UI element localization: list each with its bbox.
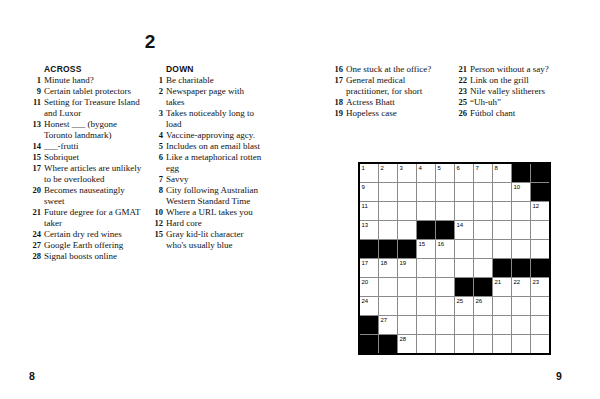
black-cell xyxy=(493,259,511,277)
down-clues-continued-column-2: 21Person without a say?22Link on the gri… xyxy=(458,64,566,119)
cell-number: 15 xyxy=(419,241,426,248)
clue-number: 23 xyxy=(458,86,467,97)
white-cell[interactable]: 3 xyxy=(398,164,416,182)
white-cell[interactable] xyxy=(417,202,435,220)
white-cell[interactable] xyxy=(474,335,492,353)
down-header: DOWN xyxy=(166,64,264,75)
cell-number: 3 xyxy=(400,165,403,172)
white-cell[interactable] xyxy=(436,316,454,334)
white-cell[interactable]: 5 xyxy=(436,164,454,182)
white-cell[interactable] xyxy=(455,240,473,258)
white-cell[interactable]: 16 xyxy=(436,240,454,258)
clue-item: 25“Uh-uh” xyxy=(458,97,566,108)
white-cell[interactable] xyxy=(531,316,549,334)
clue-number: 5 xyxy=(154,141,163,152)
clue-item: 11Setting for Treasure Island and Luxor xyxy=(32,97,146,119)
white-cell[interactable] xyxy=(436,259,454,277)
clue-item: 5Includes on an email blast xyxy=(154,141,264,152)
white-cell[interactable] xyxy=(455,259,473,277)
clue-item: 10Where a URL takes you xyxy=(154,207,264,218)
cell-number: 1 xyxy=(362,165,365,172)
cell-number: 2 xyxy=(381,165,384,172)
clue-number: 21 xyxy=(458,64,467,75)
cell-number: 12 xyxy=(533,203,540,210)
white-cell[interactable] xyxy=(493,316,511,334)
clue-number: 15 xyxy=(154,229,163,240)
clue-text: Like a metaphorical rotten egg xyxy=(166,152,261,173)
white-cell[interactable]: 22 xyxy=(512,278,530,296)
white-cell[interactable]: 21 xyxy=(493,278,511,296)
white-cell[interactable]: 18 xyxy=(379,259,397,277)
clue-item: 18Actress Bhatt xyxy=(334,97,447,108)
white-cell[interactable]: 26 xyxy=(474,297,492,315)
cell-number: 20 xyxy=(362,279,369,286)
clue-text: City following Australian Western Standa… xyxy=(166,185,258,206)
clue-text: Becomes nauseatingly sweet xyxy=(44,185,125,206)
white-cell[interactable] xyxy=(474,183,492,201)
cell-number: 7 xyxy=(476,165,479,172)
page-number-left: 8 xyxy=(29,370,35,382)
clue-text: Certain dry red wines xyxy=(44,229,122,239)
black-cell xyxy=(379,240,397,258)
clue-text: Vaccine-approving agcy. xyxy=(166,130,255,140)
clue-item: 6Like a metaphorical rotten egg xyxy=(154,152,264,174)
crossword-grid: 1234567891011121314151617181920212223242… xyxy=(358,162,551,355)
clue-number: 24 xyxy=(32,229,41,240)
white-cell[interactable] xyxy=(512,297,530,315)
clue-number: 10 xyxy=(154,207,163,218)
clue-text: Person without a say? xyxy=(470,64,549,74)
clue-text: Gray kid-lit character who's usually blu… xyxy=(166,229,243,250)
black-cell xyxy=(512,259,530,277)
white-cell[interactable] xyxy=(455,316,473,334)
clue-item: 20Becomes nauseatingly sweet xyxy=(32,185,146,207)
across-clue-list: 1Minute hand?9Certain tablet protectors1… xyxy=(32,75,146,262)
white-cell[interactable] xyxy=(531,335,549,353)
white-cell[interactable] xyxy=(455,202,473,220)
cell-number: 18 xyxy=(381,260,388,267)
clue-text: Includes on an email blast xyxy=(166,141,260,151)
clue-text: General medical practitioner, for short xyxy=(346,75,422,96)
clue-item: 17Where articles are unlikely to be over… xyxy=(32,163,146,185)
white-cell[interactable] xyxy=(417,335,435,353)
white-cell[interactable] xyxy=(512,316,530,334)
white-cell[interactable] xyxy=(455,335,473,353)
black-cell xyxy=(512,164,530,182)
white-cell[interactable]: 8 xyxy=(493,164,511,182)
clue-text: Hard core xyxy=(166,218,202,228)
black-cell xyxy=(417,221,435,239)
white-cell[interactable] xyxy=(531,221,549,239)
white-cell[interactable] xyxy=(474,221,492,239)
clue-text: Future degree for a GMAT taker xyxy=(44,207,140,228)
white-cell[interactable]: 14 xyxy=(455,221,473,239)
clue-number: 1 xyxy=(154,75,163,86)
clue-number: 25 xyxy=(458,97,467,108)
white-cell[interactable] xyxy=(417,297,435,315)
clue-number: 28 xyxy=(32,251,41,262)
clue-item: 23Nile valley slitherers xyxy=(458,86,566,97)
clue-number: 13 xyxy=(32,119,41,130)
clue-text: Where a URL takes you xyxy=(166,207,253,217)
clue-number: 22 xyxy=(458,75,467,86)
across-header: ACROSS xyxy=(44,64,146,75)
clue-text: ___-frutti xyxy=(44,141,79,151)
white-cell[interactable] xyxy=(493,183,511,201)
clue-number: 15 xyxy=(32,152,41,163)
white-cell[interactable]: 4 xyxy=(417,164,435,182)
clue-number: 2 xyxy=(154,86,163,97)
white-cell[interactable]: 11 xyxy=(360,202,378,220)
clue-number: 14 xyxy=(32,141,41,152)
black-cell xyxy=(398,240,416,258)
clue-item: 21Future degree for a GMAT taker xyxy=(32,207,146,229)
white-cell[interactable] xyxy=(512,335,530,353)
white-cell[interactable]: 17 xyxy=(360,259,378,277)
clue-item: 24Certain dry red wines xyxy=(32,229,146,240)
clue-number: 27 xyxy=(32,240,41,251)
clue-text: Honest ___ (bygone Toronto landmark) xyxy=(44,119,117,140)
clue-text: Actress Bhatt xyxy=(346,97,395,107)
clue-text: Link on the grill xyxy=(470,75,529,85)
white-cell[interactable] xyxy=(512,221,530,239)
white-cell[interactable] xyxy=(531,240,549,258)
cell-number: 16 xyxy=(438,241,445,248)
cell-number: 19 xyxy=(400,260,407,267)
clue-number: 17 xyxy=(32,163,41,174)
clue-item: 14___-frutti xyxy=(32,141,146,152)
clue-text: Newspaper page with takes xyxy=(166,86,244,107)
white-cell[interactable] xyxy=(398,278,416,296)
clue-number: 20 xyxy=(32,185,41,196)
white-cell[interactable]: 13 xyxy=(360,221,378,239)
cell-number: 21 xyxy=(495,279,502,286)
clue-number: 12 xyxy=(154,218,163,229)
white-cell[interactable]: 12 xyxy=(531,202,549,220)
clue-number: 9 xyxy=(32,86,41,97)
clue-number: 11 xyxy=(32,97,41,108)
clue-number: 6 xyxy=(154,152,163,163)
clue-item: 7Savvy xyxy=(154,174,264,185)
cell-number: 10 xyxy=(514,184,521,191)
black-cell xyxy=(455,278,473,296)
clue-number: 16 xyxy=(334,64,343,75)
white-cell[interactable] xyxy=(474,259,492,277)
clue-item: 13Honest ___ (bygone Toronto landmark) xyxy=(32,119,146,141)
white-cell[interactable] xyxy=(436,202,454,220)
white-cell[interactable] xyxy=(379,278,397,296)
black-cell xyxy=(360,240,378,258)
clue-text: Minute hand? xyxy=(44,75,94,85)
white-cell[interactable]: 24 xyxy=(360,297,378,315)
clue-text: Signal boosts online xyxy=(44,251,117,261)
black-cell xyxy=(379,335,397,353)
white-cell[interactable] xyxy=(436,335,454,353)
clue-text: Savvy xyxy=(166,174,189,184)
cell-number: 26 xyxy=(476,298,483,305)
clue-number: 3 xyxy=(154,108,163,119)
white-cell[interactable] xyxy=(493,240,511,258)
white-cell[interactable] xyxy=(398,202,416,220)
white-cell[interactable] xyxy=(474,316,492,334)
white-cell[interactable]: 7 xyxy=(474,164,492,182)
white-cell[interactable]: 10 xyxy=(512,183,530,201)
white-cell[interactable]: 20 xyxy=(360,278,378,296)
clue-text: Sobriquet xyxy=(44,152,79,162)
white-cell[interactable]: 25 xyxy=(455,297,473,315)
clue-item: 12Hard core xyxy=(154,218,264,229)
white-cell[interactable] xyxy=(531,297,549,315)
clue-item: 17General medical practitioner, for shor… xyxy=(334,75,447,97)
clue-text: Fútbol chant xyxy=(470,108,515,118)
clue-number: 26 xyxy=(458,108,467,119)
cell-number: 4 xyxy=(419,165,422,172)
clue-item: 27Google Earth offering xyxy=(32,240,146,251)
white-cell[interactable] xyxy=(379,221,397,239)
cell-number: 23 xyxy=(533,279,540,286)
clue-item: 4Vaccine-approving agcy. xyxy=(154,130,264,141)
black-cell xyxy=(531,183,549,201)
clue-item: 15Gray kid-lit character who's usually b… xyxy=(154,229,264,251)
white-cell[interactable] xyxy=(493,202,511,220)
down-clue-list: 1Be charitable2Newspaper page with takes… xyxy=(154,75,264,251)
clue-item: 28Signal boosts online xyxy=(32,251,146,262)
clue-number: 8 xyxy=(154,185,163,196)
cell-number: 8 xyxy=(495,165,498,172)
clue-number: 19 xyxy=(334,108,343,119)
white-cell[interactable] xyxy=(474,240,492,258)
clue-item: 2Newspaper page with takes xyxy=(154,86,264,108)
clue-text: Hopeless case xyxy=(346,108,397,118)
clue-item: 1Be charitable xyxy=(154,75,264,86)
white-cell[interactable] xyxy=(436,278,454,296)
cell-number: 14 xyxy=(457,222,464,229)
clue-text: Nile valley slitherers xyxy=(470,86,545,96)
white-cell[interactable]: 28 xyxy=(398,335,416,353)
across-clues-column: ACROSS 1Minute hand?9Certain tablet prot… xyxy=(32,64,146,262)
cell-number: 28 xyxy=(400,336,407,343)
white-cell[interactable] xyxy=(417,316,435,334)
white-cell[interactable] xyxy=(398,297,416,315)
white-cell[interactable]: 15 xyxy=(417,240,435,258)
white-cell[interactable]: 6 xyxy=(455,164,473,182)
white-cell[interactable]: 19 xyxy=(398,259,416,277)
white-cell[interactable] xyxy=(512,202,530,220)
clue-number: 7 xyxy=(154,174,163,185)
white-cell[interactable] xyxy=(417,183,435,201)
clue-text: Google Earth offering xyxy=(44,240,123,250)
clue-item: 26Fútbol chant xyxy=(458,108,566,119)
clue-text: “Uh-uh” xyxy=(470,97,501,107)
clue-item: 1Minute hand? xyxy=(32,75,146,86)
white-cell[interactable] xyxy=(436,297,454,315)
cell-number: 11 xyxy=(362,203,368,210)
white-cell[interactable] xyxy=(398,316,416,334)
black-cell xyxy=(531,259,549,277)
page-number-right: 9 xyxy=(556,370,562,382)
clue-number: 1 xyxy=(32,75,41,86)
white-cell[interactable] xyxy=(493,221,511,239)
white-cell[interactable] xyxy=(512,240,530,258)
cell-number: 5 xyxy=(438,165,441,172)
cell-number: 24 xyxy=(362,298,369,305)
clue-text: Certain tablet protectors xyxy=(44,86,131,96)
clue-item: 21Person without a say? xyxy=(458,64,566,75)
white-cell[interactable] xyxy=(455,183,473,201)
clue-number: 17 xyxy=(334,75,343,86)
clue-text: Setting for Treasure Island and Luxor xyxy=(44,97,140,118)
white-cell[interactable] xyxy=(474,202,492,220)
clue-text: Where articles are unlikely to be overlo… xyxy=(44,163,141,184)
black-cell xyxy=(360,316,378,334)
white-cell[interactable]: 1 xyxy=(360,164,378,182)
down-clues-column: DOWN 1Be charitable2Newspaper page with … xyxy=(154,64,264,251)
white-cell[interactable] xyxy=(379,297,397,315)
white-cell[interactable] xyxy=(379,202,397,220)
white-cell[interactable] xyxy=(398,221,416,239)
black-cell xyxy=(436,221,454,239)
white-cell[interactable] xyxy=(417,278,435,296)
white-cell[interactable]: 27 xyxy=(379,316,397,334)
clue-item: 9Certain tablet protectors xyxy=(32,86,146,97)
black-cell xyxy=(531,164,549,182)
clue-item: 22Link on the grill xyxy=(458,75,566,86)
white-cell[interactable]: 23 xyxy=(531,278,549,296)
cell-number: 13 xyxy=(362,222,369,229)
puzzle-number-title: 2 xyxy=(0,31,300,53)
cell-number: 22 xyxy=(514,279,521,286)
white-cell[interactable] xyxy=(417,259,435,277)
down-continued-list-1: 16One stuck at the office?17General medi… xyxy=(334,64,447,119)
clue-item: 15Sobriquet xyxy=(32,152,146,163)
cell-number: 27 xyxy=(381,317,388,324)
clue-number: 4 xyxy=(154,130,163,141)
clue-item: 19Hopeless case xyxy=(334,108,447,119)
clue-text: Takes noticeably long to load xyxy=(166,108,254,129)
clue-text: Be charitable xyxy=(166,75,214,85)
white-cell[interactable]: 2 xyxy=(379,164,397,182)
white-cell[interactable] xyxy=(436,183,454,201)
cell-number: 6 xyxy=(457,165,460,172)
white-cell[interactable] xyxy=(398,183,416,201)
white-cell[interactable]: 9 xyxy=(360,183,378,201)
down-clues-continued-column-1: 16One stuck at the office?17General medi… xyxy=(334,64,447,119)
clue-item: 8City following Australian Western Stand… xyxy=(154,185,264,207)
clue-item: 3Takes noticeably long to load xyxy=(154,108,264,130)
cell-number: 25 xyxy=(457,298,464,305)
clue-number: 21 xyxy=(32,207,41,218)
cell-number: 9 xyxy=(362,184,365,191)
white-cell[interactable] xyxy=(493,297,511,315)
clue-item: 16One stuck at the office? xyxy=(334,64,447,75)
cell-number: 17 xyxy=(362,260,369,267)
white-cell[interactable] xyxy=(493,335,511,353)
clue-text: One stuck at the office? xyxy=(346,64,431,74)
black-cell xyxy=(360,335,378,353)
down-continued-list-2: 21Person without a say?22Link on the gri… xyxy=(458,64,566,119)
white-cell[interactable] xyxy=(379,183,397,201)
clue-number: 18 xyxy=(334,97,343,108)
black-cell xyxy=(474,278,492,296)
